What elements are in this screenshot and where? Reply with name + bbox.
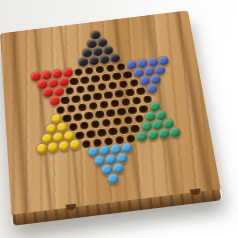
star-row (107, 174, 120, 185)
board-hole[interactable] (69, 123, 78, 132)
board-hole[interactable] (132, 96, 141, 105)
board-hole[interactable] (73, 113, 82, 122)
board-hole[interactable] (89, 102, 98, 111)
peg-green[interactable] (136, 131, 147, 142)
board-cell (36, 144, 48, 155)
board-hole[interactable] (117, 107, 126, 116)
peg-black[interactable] (99, 55, 110, 65)
peg-lightblue[interactable] (116, 153, 127, 164)
photo-background (0, 0, 238, 238)
edge-notch (66, 204, 77, 211)
board-cell (47, 143, 59, 154)
peg-blue[interactable] (154, 65, 165, 75)
board-hole[interactable] (56, 106, 65, 115)
peg-green[interactable] (147, 130, 158, 141)
board-hole[interactable] (113, 117, 123, 126)
board-cell (58, 142, 70, 153)
board-hole[interactable] (91, 120, 100, 129)
board-hole[interactable] (121, 98, 130, 107)
peg-black[interactable] (77, 57, 88, 67)
board-hole[interactable] (99, 100, 108, 109)
peg-black[interactable] (109, 53, 120, 63)
board-hole[interactable] (115, 90, 124, 99)
peg-blue[interactable] (158, 56, 169, 66)
board-hole[interactable] (62, 114, 71, 123)
peg-red[interactable] (63, 68, 74, 78)
board-hole[interactable] (104, 91, 113, 100)
board-hole[interactable] (75, 131, 84, 140)
peg-green[interactable] (169, 127, 181, 138)
board-hole[interactable] (78, 103, 87, 112)
peg-blue[interactable] (150, 75, 161, 85)
board-hole[interactable] (102, 119, 111, 128)
board-hole[interactable] (128, 106, 138, 115)
peg-yellow[interactable] (59, 141, 70, 152)
peg-red[interactable] (54, 86, 65, 96)
peg-yellow[interactable] (48, 142, 59, 153)
peg-blue[interactable] (146, 84, 157, 94)
star-grid (1, 20, 218, 197)
board-cell (107, 174, 120, 185)
board-hole[interactable] (67, 104, 76, 113)
board-hole[interactable] (110, 99, 119, 108)
peg-black[interactable] (88, 56, 99, 66)
peg-lightblue[interactable] (107, 173, 119, 184)
edge-notch (190, 188, 201, 195)
peg-green[interactable] (158, 128, 170, 139)
peg-red[interactable] (49, 96, 60, 106)
board-face (0, 10, 221, 215)
board-hole[interactable] (84, 111, 93, 120)
peg-yellow[interactable] (70, 139, 81, 150)
board-cell (169, 128, 182, 139)
board-hole[interactable] (106, 109, 115, 118)
peg-yellow[interactable] (36, 143, 47, 154)
board-hole[interactable] (86, 130, 95, 139)
board-hole[interactable] (97, 128, 106, 137)
board-hole[interactable] (119, 126, 129, 135)
peg-lightblue[interactable] (112, 163, 123, 174)
game-board (0, 10, 223, 225)
board-hole[interactable] (95, 110, 104, 119)
board-hole[interactable] (126, 134, 136, 143)
peg-red[interactable] (58, 77, 69, 87)
board-hole[interactable] (80, 121, 89, 130)
board-hole[interactable] (124, 116, 134, 125)
peg-lightblue[interactable] (121, 143, 132, 154)
board-hole[interactable] (108, 127, 118, 136)
